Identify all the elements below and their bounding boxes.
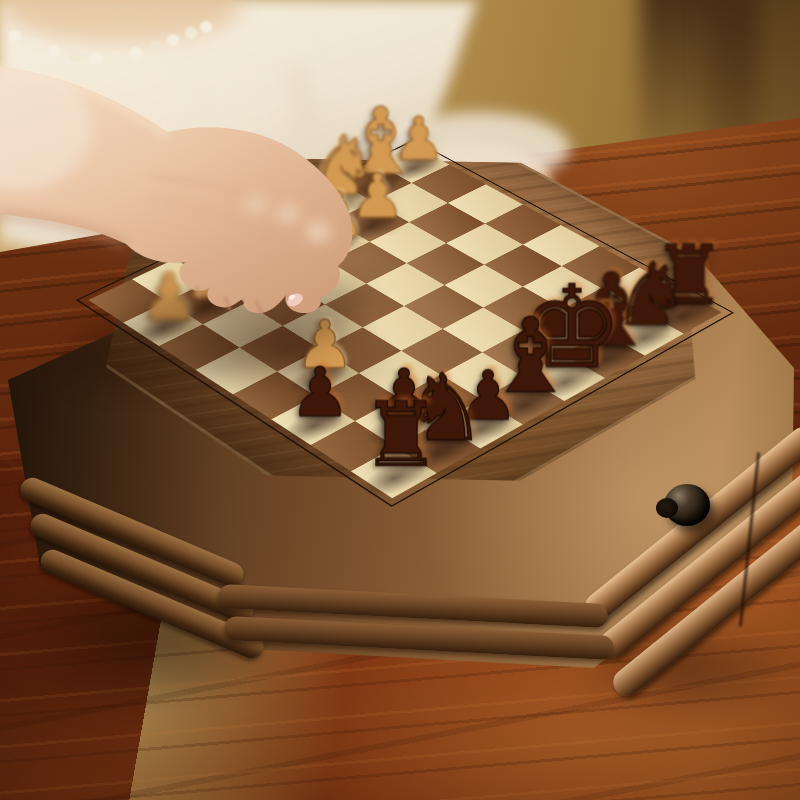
player-hand: [0, 0, 800, 800]
scene-chess-photo: ♜♞♟♝♚♝♞♜♟♟♟♟♟♟♟♟♝♟♞♝♟: [0, 0, 800, 800]
